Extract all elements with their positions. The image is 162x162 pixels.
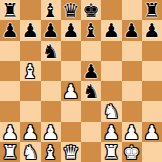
white-knight[interactable]: ♞	[22, 142, 39, 162]
square-c6[interactable]: ♞	[41, 41, 61, 61]
square-e7[interactable]: ♝	[81, 20, 101, 40]
square-d2[interactable]	[61, 122, 81, 142]
white-rook[interactable]: ♜	[2, 142, 19, 162]
square-f6[interactable]	[101, 41, 121, 61]
black-pawn[interactable]: ♟	[143, 20, 160, 40]
square-a4[interactable]	[0, 81, 20, 101]
square-a5[interactable]	[0, 61, 20, 81]
square-c4[interactable]	[41, 81, 61, 101]
black-pawn[interactable]: ♟	[22, 20, 39, 40]
square-a3[interactable]	[0, 101, 20, 121]
square-c8[interactable]: ♝	[41, 0, 61, 20]
square-e4[interactable]: ♞	[81, 81, 101, 101]
white-bishop[interactable]: ♝	[22, 61, 39, 81]
square-c5[interactable]	[41, 61, 61, 81]
black-pawn[interactable]: ♟	[2, 20, 19, 40]
square-g3[interactable]	[122, 101, 142, 121]
square-b4[interactable]	[20, 81, 40, 101]
square-f5[interactable]	[101, 61, 121, 81]
white-pawn[interactable]: ♟	[2, 122, 19, 142]
black-king[interactable]: ♚	[83, 0, 100, 20]
square-f4[interactable]	[101, 81, 121, 101]
square-h5[interactable]	[142, 61, 162, 81]
square-d3[interactable]	[61, 101, 81, 121]
square-f2[interactable]: ♟	[101, 122, 121, 142]
white-knight[interactable]: ♞	[103, 101, 120, 121]
white-pawn[interactable]: ♟	[143, 122, 160, 142]
square-c2[interactable]: ♟	[41, 122, 61, 142]
square-c7[interactable]: ♟	[41, 20, 61, 40]
black-rook[interactable]: ♜	[143, 0, 160, 20]
chess-board: ♜♝♛♚♜♟♟♟♟♝♟♟♟♞♝♟♟♞♞♟♟♟♟♟♟♜♞♝♛♜♚	[0, 0, 162, 162]
square-e5[interactable]: ♟	[81, 61, 101, 81]
square-f7[interactable]: ♟	[101, 20, 121, 40]
square-a1[interactable]: ♜	[0, 142, 20, 162]
square-d5[interactable]	[61, 61, 81, 81]
square-e1[interactable]	[81, 142, 101, 162]
square-c1[interactable]: ♝	[41, 142, 61, 162]
white-bishop[interactable]: ♝	[42, 142, 59, 162]
black-pawn[interactable]: ♟	[83, 61, 100, 81]
white-pawn[interactable]: ♟	[103, 122, 120, 142]
square-b2[interactable]: ♟	[20, 122, 40, 142]
square-e6[interactable]	[81, 41, 101, 61]
square-g2[interactable]: ♟	[122, 122, 142, 142]
black-queen[interactable]: ♛	[62, 0, 79, 20]
square-f3[interactable]: ♞	[101, 101, 121, 121]
black-pawn[interactable]: ♟	[123, 20, 140, 40]
square-b1[interactable]: ♞	[20, 142, 40, 162]
square-h1[interactable]	[142, 142, 162, 162]
square-g8[interactable]	[122, 0, 142, 20]
square-g4[interactable]	[122, 81, 142, 101]
square-h8[interactable]: ♜	[142, 0, 162, 20]
white-pawn[interactable]: ♟	[22, 122, 39, 142]
square-g5[interactable]	[122, 61, 142, 81]
black-knight[interactable]: ♞	[42, 41, 59, 61]
square-f1[interactable]: ♜	[101, 142, 121, 162]
square-h4[interactable]	[142, 81, 162, 101]
square-b7[interactable]: ♟	[20, 20, 40, 40]
square-b3[interactable]	[20, 101, 40, 121]
square-e2[interactable]	[81, 122, 101, 142]
square-h6[interactable]	[142, 41, 162, 61]
square-a2[interactable]: ♟	[0, 122, 20, 142]
black-pawn[interactable]: ♟	[103, 20, 120, 40]
square-d6[interactable]	[61, 41, 81, 61]
white-rook[interactable]: ♜	[103, 142, 120, 162]
square-h3[interactable]	[142, 101, 162, 121]
square-g6[interactable]	[122, 41, 142, 61]
square-d1[interactable]: ♛	[61, 142, 81, 162]
square-d8[interactable]: ♛	[61, 0, 81, 20]
black-bishop[interactable]: ♝	[42, 0, 59, 20]
square-b8[interactable]	[20, 0, 40, 20]
square-d7[interactable]: ♟	[61, 20, 81, 40]
square-b6[interactable]	[20, 41, 40, 61]
white-pawn[interactable]: ♟	[62, 81, 79, 101]
black-pawn[interactable]: ♟	[62, 20, 79, 40]
square-f8[interactable]	[101, 0, 121, 20]
square-a7[interactable]: ♟	[0, 20, 20, 40]
square-b5[interactable]: ♝	[20, 61, 40, 81]
white-pawn[interactable]: ♟	[42, 122, 59, 142]
square-d4[interactable]: ♟	[61, 81, 81, 101]
square-a6[interactable]	[0, 41, 20, 61]
square-g1[interactable]: ♚	[122, 142, 142, 162]
black-knight[interactable]: ♞	[83, 81, 100, 101]
square-h7[interactable]: ♟	[142, 20, 162, 40]
square-c3[interactable]	[41, 101, 61, 121]
black-pawn[interactable]: ♟	[42, 20, 59, 40]
square-e3[interactable]	[81, 101, 101, 121]
square-g7[interactable]: ♟	[122, 20, 142, 40]
square-e8[interactable]: ♚	[81, 0, 101, 20]
square-a8[interactable]: ♜	[0, 0, 20, 20]
white-king[interactable]: ♚	[123, 142, 140, 162]
black-bishop[interactable]: ♝	[83, 20, 100, 40]
white-queen[interactable]: ♛	[62, 142, 79, 162]
white-pawn[interactable]: ♟	[123, 122, 140, 142]
square-h2[interactable]: ♟	[142, 122, 162, 142]
black-rook[interactable]: ♜	[2, 0, 19, 20]
